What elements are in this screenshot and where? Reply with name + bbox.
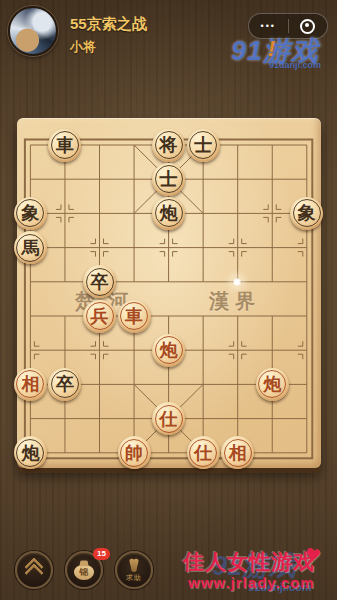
piece-black-象[interactable]: 象	[290, 197, 323, 230]
piece-black-車[interactable]: 車	[48, 129, 81, 162]
expand-menu-button[interactable]	[15, 551, 53, 589]
watermark-jrlady-logo: 佳人女性游戏	[183, 548, 315, 576]
piece-red-車[interactable]: 車	[118, 300, 151, 333]
piece-red-兵[interactable]: 兵	[83, 300, 116, 333]
piece-black-象[interactable]: 象	[14, 197, 47, 230]
hint-bag-button[interactable]: 15 锦	[65, 551, 103, 589]
watermark-91games-logo-bottom: 91游戏	[212, 548, 296, 584]
piece-red-仕[interactable]: 仕	[187, 436, 220, 469]
rank-label: 小将	[70, 38, 96, 56]
money-bag-icon: 锦	[74, 565, 94, 580]
miniprogram-capsule: •••	[248, 13, 328, 39]
sparkle-effect	[232, 277, 242, 287]
piece-red-炮[interactable]: 炮	[152, 334, 185, 367]
piece-red-仕[interactable]: 仕	[152, 402, 185, 435]
piece-black-炮[interactable]: 炮	[152, 197, 185, 230]
watermark-91danji-url: 91danji.com	[269, 60, 321, 70]
more-options-icon[interactable]: •••	[249, 14, 288, 38]
help-label: 求助	[126, 573, 142, 583]
piece-red-炮[interactable]: 炮	[256, 368, 289, 401]
hint-count-badge: 15	[93, 548, 110, 560]
watermark-exclamation: !	[268, 36, 275, 62]
river-label-han-jie: 漢界	[209, 288, 261, 315]
piece-red-帥[interactable]: 帥	[118, 436, 151, 469]
player-avatar[interactable]	[8, 6, 58, 56]
piece-black-士[interactable]: 士	[152, 163, 185, 196]
piece-red-相[interactable]: 相	[14, 368, 47, 401]
heart-icon: ♥	[302, 538, 324, 572]
xiangqi-board[interactable]: 楚河 漢界 車将士士象炮象馬卒兵車炮相卒炮仕炮帥仕相	[17, 118, 321, 468]
piece-black-馬[interactable]: 馬	[14, 231, 47, 264]
watermark-91danji-url-bottom: 91danji.com	[248, 581, 312, 593]
level-title: 55京索之战	[70, 15, 147, 34]
watermark-jrlady-url: www.jrlady.com	[188, 574, 315, 591]
praying-hands-icon	[129, 559, 139, 572]
ask-help-button[interactable]: 求助	[115, 551, 153, 589]
piece-black-将[interactable]: 将	[152, 129, 185, 162]
piece-black-炮[interactable]: 炮	[14, 436, 47, 469]
close-minimize-icon[interactable]	[289, 19, 328, 34]
target-circle-icon	[300, 19, 315, 34]
piece-black-士[interactable]: 士	[187, 129, 220, 162]
app-window: 55京索之战 小将 ••• 楚河 漢界 車将士士象炮象馬卒兵車炮相卒炮仕炮帥仕相…	[0, 0, 337, 600]
